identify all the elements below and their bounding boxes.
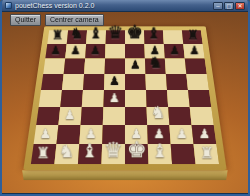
piece-black-knight-f6[interactable]: ♞ <box>145 45 165 70</box>
piece-white-pawn-d4[interactable]: ♟ <box>104 77 125 104</box>
piece-white-bishop-c1[interactable]: ♝ <box>78 131 101 160</box>
square-h5[interactable] <box>186 74 209 90</box>
piece-white-pawn-b3[interactable]: ♟ <box>59 94 81 121</box>
app-icon <box>5 2 12 9</box>
square-a6[interactable] <box>43 59 65 74</box>
window-title: pouetChess version 0.2.0 <box>15 2 213 10</box>
piece-white-pawn-g2[interactable]: ♟ <box>170 112 193 140</box>
window-controls: – ▢ ✕ <box>213 2 245 10</box>
center-camera-button[interactable]: Centrer camera <box>45 14 104 26</box>
square-c6[interactable] <box>84 59 105 74</box>
quit-button[interactable]: Quitter <box>10 14 41 26</box>
piece-white-knight-b1[interactable]: ♞ <box>55 131 78 160</box>
minimize-button[interactable]: – <box>213 2 223 10</box>
square-c4[interactable] <box>82 90 104 107</box>
piece-white-rook-a1[interactable]: ♜ <box>31 131 54 160</box>
piece-black-pawn-c7[interactable]: ♟ <box>85 31 105 56</box>
chess-board: ♜♞♝♛♚♝♜♟♟♟♟♟♟♟♞♟♟♟♞♟♟♟♟♟♟♜♞♝♛♚♝♜ <box>23 26 226 170</box>
square-g4[interactable] <box>167 90 190 107</box>
square-c5[interactable] <box>83 74 105 90</box>
piece-black-pawn-g7[interactable]: ♟ <box>165 31 185 56</box>
close-button[interactable]: ✕ <box>235 2 245 10</box>
square-b6[interactable] <box>64 59 85 74</box>
piece-white-king-e1[interactable]: ♚ <box>125 131 148 160</box>
square-g1[interactable] <box>171 144 196 164</box>
square-g5[interactable] <box>166 74 188 90</box>
app-window: pouetChess version 0.2.0 – ▢ ✕ Quitter C… <box>0 0 250 196</box>
square-a5[interactable] <box>41 74 64 90</box>
square-b5[interactable] <box>62 74 84 90</box>
piece-white-queen-d1[interactable]: ♛ <box>102 131 125 160</box>
square-d3[interactable] <box>103 107 125 125</box>
scene-3d: ♜♞♝♛♚♝♜♟♟♟♟♟♟♟♞♟♟♟♞♟♟♟♟♟♟♜♞♝♛♚♝♜ <box>2 12 248 193</box>
toolbar: Quitter Centrer camera <box>10 14 104 26</box>
piece-black-pawn-h7[interactable]: ♟ <box>184 31 204 56</box>
piece-black-pawn-e6[interactable]: ♟ <box>125 45 145 70</box>
square-e5[interactable] <box>125 74 146 90</box>
piece-black-king-e8[interactable]: ♚ <box>125 17 144 41</box>
title-bar[interactable]: pouetChess version 0.2.0 – ▢ ✕ <box>2 0 248 12</box>
square-e4[interactable] <box>125 90 147 107</box>
piece-black-pawn-b7[interactable]: ♟ <box>66 31 86 56</box>
maximize-button[interactable]: ▢ <box>224 2 234 10</box>
piece-black-pawn-a7[interactable]: ♟ <box>46 31 66 56</box>
piece-black-queen-d8[interactable]: ♛ <box>106 17 125 41</box>
piece-white-rook-h1[interactable]: ♜ <box>195 131 218 160</box>
square-d7[interactable] <box>105 44 125 59</box>
board-front-edge <box>22 170 228 180</box>
square-g6[interactable] <box>165 59 186 74</box>
square-f5[interactable] <box>145 74 167 90</box>
game-viewport: Quitter Centrer camera ♜♞♝♛♚♝♜♟♟♟♟♟♟♟♞♟♟… <box>2 12 248 193</box>
piece-white-bishop-f1[interactable]: ♝ <box>148 131 171 160</box>
square-h6[interactable] <box>185 59 207 74</box>
square-h4[interactable] <box>188 90 211 107</box>
